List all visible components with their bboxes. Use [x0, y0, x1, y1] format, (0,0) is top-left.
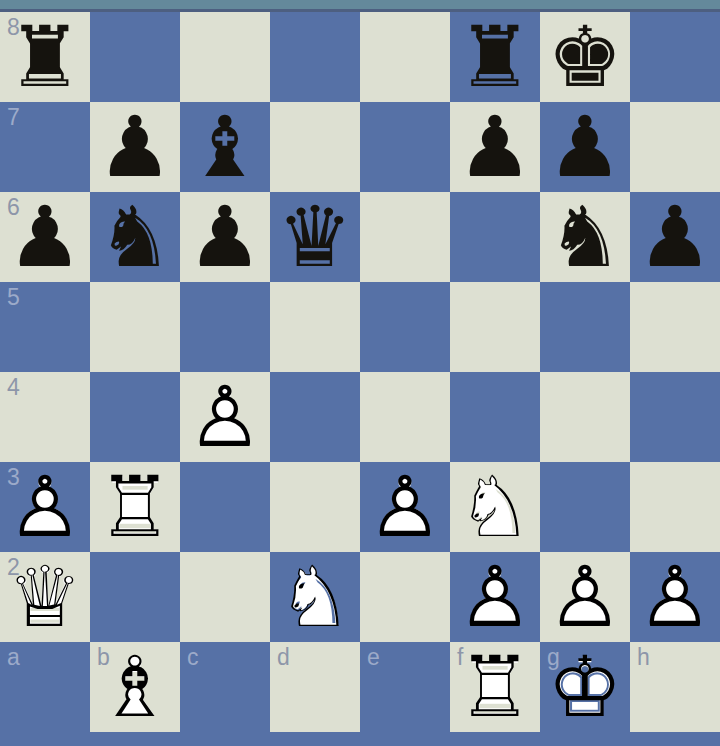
piece-white-queen[interactable]: ♛♕	[0, 552, 90, 642]
square-f3[interactable]: ♞♘	[450, 462, 540, 552]
square-e1[interactable]: e	[360, 642, 450, 732]
black-pawn-glyph: ♟	[180, 192, 270, 282]
piece-black-bishop[interactable]: ♝	[180, 102, 270, 192]
piece-black-king[interactable]: ♚	[540, 12, 630, 102]
square-f2[interactable]: ♟♙	[450, 552, 540, 642]
piece-white-rook[interactable]: ♜♖	[450, 642, 540, 732]
piece-white-rook[interactable]: ♜♖	[90, 462, 180, 552]
square-f8[interactable]: ♜	[450, 12, 540, 102]
square-f5[interactable]	[450, 282, 540, 372]
square-e8[interactable]	[360, 12, 450, 102]
square-b1[interactable]: b♝♗	[90, 642, 180, 732]
square-d8[interactable]	[270, 12, 360, 102]
square-h6[interactable]: ♟	[630, 192, 720, 282]
square-g5[interactable]	[540, 282, 630, 372]
black-knight-glyph: ♞	[540, 192, 630, 282]
black-queen-glyph: ♛	[270, 192, 360, 282]
square-h2[interactable]: ♟♙	[630, 552, 720, 642]
piece-black-pawn[interactable]: ♟	[0, 192, 90, 282]
square-c7[interactable]: ♝	[180, 102, 270, 192]
square-f7[interactable]: ♟	[450, 102, 540, 192]
square-c4[interactable]: ♟♙	[180, 372, 270, 462]
square-a4[interactable]: 4	[0, 372, 90, 462]
chess-board[interactable]: 8♜♜♚7♟♝♟♟6♟♞♟♛♞♟54♟♙3♟♙♜♖♟♙♞♘2♛♕♞♘♟♙♟♙♟♙…	[0, 12, 720, 732]
square-f6[interactable]	[450, 192, 540, 282]
piece-white-knight[interactable]: ♞♘	[450, 462, 540, 552]
square-d6[interactable]: ♛	[270, 192, 360, 282]
black-rook-glyph: ♜	[450, 12, 540, 102]
coordinate-label-d: d	[277, 645, 290, 670]
square-c3[interactable]	[180, 462, 270, 552]
white-pawn-glyph: ♙	[180, 372, 270, 462]
piece-black-pawn[interactable]: ♟	[90, 102, 180, 192]
piece-black-pawn[interactable]: ♟	[540, 102, 630, 192]
piece-black-rook[interactable]: ♜	[450, 12, 540, 102]
black-rook-glyph: ♜	[0, 12, 90, 102]
square-b3[interactable]: ♜♖	[90, 462, 180, 552]
square-e4[interactable]	[360, 372, 450, 462]
square-g7[interactable]: ♟	[540, 102, 630, 192]
square-h3[interactable]	[630, 462, 720, 552]
coordinate-label-c: c	[187, 645, 199, 670]
square-a5[interactable]: 5	[0, 282, 90, 372]
black-knight-glyph: ♞	[90, 192, 180, 282]
piece-white-pawn[interactable]: ♟♙	[630, 552, 720, 642]
white-king-glyph: ♔	[540, 642, 630, 732]
square-e3[interactable]: ♟♙	[360, 462, 450, 552]
square-h8[interactable]	[630, 12, 720, 102]
square-b7[interactable]: ♟	[90, 102, 180, 192]
square-c5[interactable]	[180, 282, 270, 372]
square-c8[interactable]	[180, 12, 270, 102]
piece-black-pawn[interactable]: ♟	[180, 192, 270, 282]
square-b4[interactable]	[90, 372, 180, 462]
black-pawn-glyph: ♟	[630, 192, 720, 282]
square-c6[interactable]: ♟	[180, 192, 270, 282]
square-d1[interactable]: d	[270, 642, 360, 732]
square-e5[interactable]	[360, 282, 450, 372]
square-a6[interactable]: 6♟	[0, 192, 90, 282]
square-a2[interactable]: 2♛♕	[0, 552, 90, 642]
square-d5[interactable]	[270, 282, 360, 372]
piece-white-pawn[interactable]: ♟♙	[360, 462, 450, 552]
square-g8[interactable]: ♚	[540, 12, 630, 102]
square-g4[interactable]	[540, 372, 630, 462]
coordinate-label-a: a	[7, 645, 20, 670]
coordinate-label-7: 7	[7, 105, 20, 130]
square-b5[interactable]	[90, 282, 180, 372]
coordinate-label-h: h	[637, 645, 650, 670]
square-c1[interactable]: c	[180, 642, 270, 732]
square-f1[interactable]: f♜♖	[450, 642, 540, 732]
square-f4[interactable]	[450, 372, 540, 462]
square-c2[interactable]	[180, 552, 270, 642]
white-queen-glyph: ♕	[0, 552, 90, 642]
piece-black-pawn[interactable]: ♟	[630, 192, 720, 282]
black-bishop-glyph: ♝	[180, 102, 270, 192]
square-a7[interactable]: 7	[0, 102, 90, 192]
white-rook-glyph: ♖	[90, 462, 180, 552]
piece-white-pawn[interactable]: ♟♙	[180, 372, 270, 462]
square-h5[interactable]	[630, 282, 720, 372]
square-b6[interactable]: ♞	[90, 192, 180, 282]
white-rook-glyph: ♖	[450, 642, 540, 732]
piece-white-pawn[interactable]: ♟♙	[0, 462, 90, 552]
white-knight-glyph: ♘	[450, 462, 540, 552]
square-a3[interactable]: 3♟♙	[0, 462, 90, 552]
white-pawn-glyph: ♙	[360, 462, 450, 552]
square-d7[interactable]	[270, 102, 360, 192]
square-d3[interactable]	[270, 462, 360, 552]
piece-white-king[interactable]: ♚♔	[540, 642, 630, 732]
piece-black-knight[interactable]: ♞	[540, 192, 630, 282]
square-g1[interactable]: g♚♔	[540, 642, 630, 732]
square-a8[interactable]: 8♜	[0, 12, 90, 102]
black-pawn-glyph: ♟	[450, 102, 540, 192]
white-pawn-glyph: ♙	[630, 552, 720, 642]
square-e6[interactable]	[360, 192, 450, 282]
square-h4[interactable]	[630, 372, 720, 462]
square-e7[interactable]	[360, 102, 450, 192]
piece-black-knight[interactable]: ♞	[90, 192, 180, 282]
coordinate-label-e: e	[367, 645, 380, 670]
piece-white-knight[interactable]: ♞♘	[270, 552, 360, 642]
piece-white-pawn[interactable]: ♟♙	[540, 552, 630, 642]
piece-black-rook[interactable]: ♜	[0, 12, 90, 102]
black-pawn-glyph: ♟	[540, 102, 630, 192]
piece-black-queen[interactable]: ♛	[270, 192, 360, 282]
white-pawn-glyph: ♙	[450, 552, 540, 642]
square-d4[interactable]	[270, 372, 360, 462]
square-e2[interactable]	[360, 552, 450, 642]
black-pawn-glyph: ♟	[0, 192, 90, 282]
piece-white-pawn[interactable]: ♟♙	[450, 552, 540, 642]
coordinate-label-5: 5	[7, 285, 20, 310]
square-g2[interactable]: ♟♙	[540, 552, 630, 642]
chess-app-screen: 8♜♜♚7♟♝♟♟6♟♞♟♛♞♟54♟♙3♟♙♜♖♟♙♞♘2♛♕♞♘♟♙♟♙♟♙…	[0, 0, 720, 746]
piece-black-pawn[interactable]: ♟	[450, 102, 540, 192]
square-g6[interactable]: ♞	[540, 192, 630, 282]
white-bishop-glyph: ♗	[90, 642, 180, 732]
square-b2[interactable]	[90, 552, 180, 642]
square-g3[interactable]	[540, 462, 630, 552]
coordinate-label-4: 4	[7, 375, 20, 400]
white-pawn-glyph: ♙	[540, 552, 630, 642]
white-knight-glyph: ♘	[270, 552, 360, 642]
square-d2[interactable]: ♞♘	[270, 552, 360, 642]
square-h1[interactable]: h	[630, 642, 720, 732]
piece-white-bishop[interactable]: ♝♗	[90, 642, 180, 732]
square-b8[interactable]	[90, 12, 180, 102]
black-pawn-glyph: ♟	[90, 102, 180, 192]
black-king-glyph: ♚	[540, 12, 630, 102]
square-h7[interactable]	[630, 102, 720, 192]
square-a1[interactable]: a	[0, 642, 90, 732]
white-pawn-glyph: ♙	[0, 462, 90, 552]
